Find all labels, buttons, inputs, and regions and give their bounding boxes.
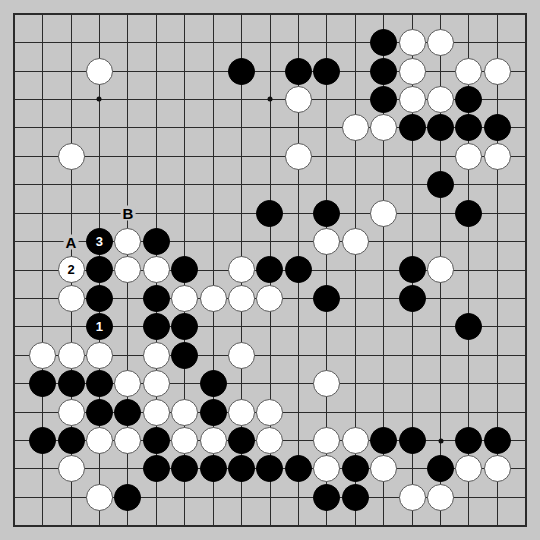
intersection-8-10[interactable]	[199, 256, 227, 284]
intersection-5-17[interactable]	[114, 455, 142, 483]
intersection-14-14[interactable]	[369, 369, 397, 397]
intersection-7-15[interactable]	[171, 398, 199, 426]
intersection-4-10[interactable]	[85, 256, 113, 284]
intersection-8-16[interactable]	[199, 426, 227, 454]
intersection-16-7[interactable]	[426, 171, 454, 199]
intersection-10-11[interactable]	[256, 284, 284, 312]
intersection-2-10[interactable]	[28, 256, 56, 284]
intersection-16-9[interactable]	[426, 227, 454, 255]
intersection-15-15[interactable]	[398, 398, 426, 426]
intersection-11-3[interactable]	[284, 57, 312, 85]
intersection-9-13[interactable]	[227, 341, 255, 369]
intersection-6-17[interactable]	[142, 455, 170, 483]
intersection-1-18[interactable]	[0, 483, 28, 511]
intersection-2-3[interactable]	[28, 57, 56, 85]
intersection-3-1[interactable]	[57, 0, 85, 28]
intersection-12-16[interactable]	[313, 426, 341, 454]
intersection-2-6[interactable]	[28, 142, 56, 170]
intersection-4-3[interactable]	[85, 57, 113, 85]
intersection-1-3[interactable]	[0, 57, 28, 85]
intersection-19-3[interactable]	[512, 57, 540, 85]
intersection-4-15[interactable]	[85, 398, 113, 426]
intersection-19-10[interactable]	[512, 256, 540, 284]
intersection-8-11[interactable]	[199, 284, 227, 312]
intersection-15-4[interactable]	[398, 85, 426, 113]
intersection-10-8[interactable]	[256, 199, 284, 227]
intersection-6-18[interactable]	[142, 483, 170, 511]
intersection-9-2[interactable]	[227, 28, 255, 56]
intersection-11-2[interactable]	[284, 28, 312, 56]
intersection-8-18[interactable]	[199, 483, 227, 511]
intersection-3-14[interactable]	[57, 369, 85, 397]
intersection-19-7[interactable]	[512, 171, 540, 199]
intersection-3-13[interactable]	[57, 341, 85, 369]
intersection-8-5[interactable]	[199, 114, 227, 142]
intersection-7-14[interactable]	[171, 369, 199, 397]
intersection-2-5[interactable]	[28, 114, 56, 142]
intersection-4-16[interactable]	[85, 426, 113, 454]
intersection-7-13[interactable]	[171, 341, 199, 369]
intersection-15-8[interactable]	[398, 199, 426, 227]
intersection-7-10[interactable]	[171, 256, 199, 284]
intersection-2-9[interactable]	[28, 227, 56, 255]
intersection-8-6[interactable]	[199, 142, 227, 170]
intersection-15-6[interactable]	[398, 142, 426, 170]
intersection-13-9[interactable]	[341, 227, 369, 255]
intersection-13-2[interactable]	[341, 28, 369, 56]
intersection-2-17[interactable]	[28, 455, 56, 483]
intersection-19-8[interactable]	[512, 199, 540, 227]
intersection-2-11[interactable]	[28, 284, 56, 312]
intersection-17-12[interactable]	[455, 313, 483, 341]
intersection-11-18[interactable]	[284, 483, 312, 511]
intersection-15-2[interactable]	[398, 28, 426, 56]
intersection-12-18[interactable]	[313, 483, 341, 511]
intersection-3-7[interactable]	[57, 171, 85, 199]
intersection-2-18[interactable]	[28, 483, 56, 511]
intersection-18-9[interactable]	[483, 227, 511, 255]
intersection-13-8[interactable]	[341, 199, 369, 227]
intersection-15-10[interactable]	[398, 256, 426, 284]
intersection-4-11[interactable]	[85, 284, 113, 312]
intersection-10-12[interactable]	[256, 313, 284, 341]
intersection-17-7[interactable]	[455, 171, 483, 199]
intersection-11-4[interactable]	[284, 85, 312, 113]
intersection-16-2[interactable]	[426, 28, 454, 56]
intersection-5-1[interactable]	[114, 0, 142, 28]
intersection-10-1[interactable]	[256, 0, 284, 28]
intersection-13-17[interactable]	[341, 455, 369, 483]
intersection-5-10[interactable]	[114, 256, 142, 284]
intersection-1-8[interactable]	[0, 199, 28, 227]
intersection-11-9[interactable]	[284, 227, 312, 255]
intersection-14-17[interactable]	[369, 455, 397, 483]
intersection-13-3[interactable]	[341, 57, 369, 85]
intersection-3-17[interactable]	[57, 455, 85, 483]
intersection-11-1[interactable]	[284, 0, 312, 28]
intersection-12-6[interactable]	[313, 142, 341, 170]
intersection-16-19[interactable]	[426, 512, 454, 540]
intersection-17-11[interactable]	[455, 284, 483, 312]
intersection-14-13[interactable]	[369, 341, 397, 369]
intersection-15-19[interactable]	[398, 512, 426, 540]
intersection-4-6[interactable]	[85, 142, 113, 170]
intersection-5-4[interactable]	[114, 85, 142, 113]
intersection-9-17[interactable]	[227, 455, 255, 483]
intersection-11-15[interactable]	[284, 398, 312, 426]
intersection-7-1[interactable]	[171, 0, 199, 28]
intersection-8-2[interactable]	[199, 28, 227, 56]
intersection-12-19[interactable]	[313, 512, 341, 540]
intersection-2-2[interactable]	[28, 28, 56, 56]
intersection-14-3[interactable]	[369, 57, 397, 85]
intersection-18-16[interactable]	[483, 426, 511, 454]
intersection-1-6[interactable]	[0, 142, 28, 170]
intersection-6-14[interactable]	[142, 369, 170, 397]
intersection-12-10[interactable]	[313, 256, 341, 284]
intersection-7-18[interactable]	[171, 483, 199, 511]
intersection-5-11[interactable]	[114, 284, 142, 312]
intersection-16-17[interactable]	[426, 455, 454, 483]
intersection-13-19[interactable]	[341, 512, 369, 540]
intersection-8-12[interactable]	[199, 313, 227, 341]
intersection-2-14[interactable]	[28, 369, 56, 397]
intersection-6-4[interactable]	[142, 85, 170, 113]
intersection-19-9[interactable]	[512, 227, 540, 255]
intersection-15-12[interactable]	[398, 313, 426, 341]
intersection-6-7[interactable]	[142, 171, 170, 199]
intersection-14-11[interactable]	[369, 284, 397, 312]
intersection-2-19[interactable]	[28, 512, 56, 540]
intersection-3-8[interactable]	[57, 199, 85, 227]
intersection-11-6[interactable]	[284, 142, 312, 170]
intersection-13-12[interactable]	[341, 313, 369, 341]
intersection-19-12[interactable]	[512, 313, 540, 341]
intersection-9-18[interactable]	[227, 483, 255, 511]
intersection-6-12[interactable]	[142, 313, 170, 341]
intersection-17-2[interactable]	[455, 28, 483, 56]
intersection-4-12[interactable]: 1	[85, 313, 113, 341]
intersection-17-16[interactable]	[455, 426, 483, 454]
intersection-3-3[interactable]	[57, 57, 85, 85]
intersection-8-3[interactable]	[199, 57, 227, 85]
intersection-12-5[interactable]	[313, 114, 341, 142]
intersection-2-1[interactable]	[28, 0, 56, 28]
intersection-10-17[interactable]	[256, 455, 284, 483]
intersection-5-2[interactable]	[114, 28, 142, 56]
intersection-6-6[interactable]	[142, 142, 170, 170]
intersection-3-6[interactable]	[57, 142, 85, 170]
intersection-7-9[interactable]	[171, 227, 199, 255]
intersection-9-7[interactable]	[227, 171, 255, 199]
intersection-15-3[interactable]	[398, 57, 426, 85]
intersection-12-1[interactable]	[313, 0, 341, 28]
intersection-12-11[interactable]	[313, 284, 341, 312]
intersection-19-14[interactable]	[512, 369, 540, 397]
intersection-18-4[interactable]	[483, 85, 511, 113]
intersection-3-9[interactable]: A	[57, 227, 85, 255]
intersection-1-19[interactable]	[0, 512, 28, 540]
intersection-6-11[interactable]	[142, 284, 170, 312]
intersection-12-15[interactable]	[313, 398, 341, 426]
intersection-17-1[interactable]	[455, 0, 483, 28]
intersection-9-19[interactable]	[227, 512, 255, 540]
intersection-2-13[interactable]	[28, 341, 56, 369]
intersection-16-4[interactable]	[426, 85, 454, 113]
intersection-1-17[interactable]	[0, 455, 28, 483]
intersection-1-15[interactable]	[0, 398, 28, 426]
intersection-4-8[interactable]	[85, 199, 113, 227]
intersection-2-4[interactable]	[28, 85, 56, 113]
intersection-14-5[interactable]	[369, 114, 397, 142]
intersection-18-15[interactable]	[483, 398, 511, 426]
intersection-12-3[interactable]	[313, 57, 341, 85]
intersection-5-16[interactable]	[114, 426, 142, 454]
intersection-16-5[interactable]	[426, 114, 454, 142]
intersection-18-13[interactable]	[483, 341, 511, 369]
intersection-18-19[interactable]	[483, 512, 511, 540]
intersection-17-19[interactable]	[455, 512, 483, 540]
intersection-3-16[interactable]	[57, 426, 85, 454]
intersection-4-17[interactable]	[85, 455, 113, 483]
intersection-8-15[interactable]	[199, 398, 227, 426]
intersection-3-12[interactable]	[57, 313, 85, 341]
intersection-12-7[interactable]	[313, 171, 341, 199]
intersection-9-6[interactable]	[227, 142, 255, 170]
intersection-4-7[interactable]	[85, 171, 113, 199]
intersection-17-4[interactable]	[455, 85, 483, 113]
intersection-13-16[interactable]	[341, 426, 369, 454]
intersection-7-2[interactable]	[171, 28, 199, 56]
intersection-5-8[interactable]: B	[114, 199, 142, 227]
intersection-13-15[interactable]	[341, 398, 369, 426]
intersection-19-15[interactable]	[512, 398, 540, 426]
intersection-15-18[interactable]	[398, 483, 426, 511]
intersection-13-1[interactable]	[341, 0, 369, 28]
intersection-13-7[interactable]	[341, 171, 369, 199]
intersection-18-8[interactable]	[483, 199, 511, 227]
intersection-6-10[interactable]	[142, 256, 170, 284]
intersection-5-15[interactable]	[114, 398, 142, 426]
intersection-19-1[interactable]	[512, 0, 540, 28]
intersection-16-8[interactable]	[426, 199, 454, 227]
intersection-3-15[interactable]	[57, 398, 85, 426]
intersection-9-8[interactable]	[227, 199, 255, 227]
intersection-16-12[interactable]	[426, 313, 454, 341]
intersection-11-14[interactable]	[284, 369, 312, 397]
intersection-6-15[interactable]	[142, 398, 170, 426]
intersection-14-19[interactable]	[369, 512, 397, 540]
intersection-2-8[interactable]	[28, 199, 56, 227]
intersection-3-5[interactable]	[57, 114, 85, 142]
intersection-19-13[interactable]	[512, 341, 540, 369]
intersection-1-11[interactable]	[0, 284, 28, 312]
intersection-11-5[interactable]	[284, 114, 312, 142]
intersection-7-11[interactable]	[171, 284, 199, 312]
intersection-17-3[interactable]	[455, 57, 483, 85]
intersection-12-4[interactable]	[313, 85, 341, 113]
intersection-7-8[interactable]	[171, 199, 199, 227]
intersection-3-18[interactable]	[57, 483, 85, 511]
intersection-14-2[interactable]	[369, 28, 397, 56]
intersection-11-17[interactable]	[284, 455, 312, 483]
intersection-13-4[interactable]	[341, 85, 369, 113]
intersection-10-10[interactable]	[256, 256, 284, 284]
intersection-19-6[interactable]	[512, 142, 540, 170]
intersection-7-4[interactable]	[171, 85, 199, 113]
intersection-9-15[interactable]	[227, 398, 255, 426]
intersection-19-11[interactable]	[512, 284, 540, 312]
intersection-16-14[interactable]	[426, 369, 454, 397]
intersection-14-10[interactable]	[369, 256, 397, 284]
intersection-1-4[interactable]	[0, 85, 28, 113]
intersection-14-4[interactable]	[369, 85, 397, 113]
intersection-14-6[interactable]	[369, 142, 397, 170]
intersection-10-7[interactable]	[256, 171, 284, 199]
intersection-4-4[interactable]	[85, 85, 113, 113]
intersection-8-19[interactable]	[199, 512, 227, 540]
intersection-15-11[interactable]	[398, 284, 426, 312]
intersection-1-12[interactable]	[0, 313, 28, 341]
intersection-14-16[interactable]	[369, 426, 397, 454]
intersection-18-10[interactable]	[483, 256, 511, 284]
intersection-3-19[interactable]	[57, 512, 85, 540]
intersection-10-6[interactable]	[256, 142, 284, 170]
intersection-8-14[interactable]	[199, 369, 227, 397]
intersection-11-8[interactable]	[284, 199, 312, 227]
intersection-19-5[interactable]	[512, 114, 540, 142]
intersection-1-1[interactable]	[0, 0, 28, 28]
intersection-4-14[interactable]	[85, 369, 113, 397]
intersection-8-1[interactable]	[199, 0, 227, 28]
intersection-7-16[interactable]	[171, 426, 199, 454]
intersection-8-8[interactable]	[199, 199, 227, 227]
intersection-1-5[interactable]	[0, 114, 28, 142]
intersection-10-13[interactable]	[256, 341, 284, 369]
intersection-13-6[interactable]	[341, 142, 369, 170]
intersection-18-14[interactable]	[483, 369, 511, 397]
intersection-11-11[interactable]	[284, 284, 312, 312]
intersection-11-7[interactable]	[284, 171, 312, 199]
intersection-9-12[interactable]	[227, 313, 255, 341]
intersection-2-16[interactable]	[28, 426, 56, 454]
intersection-13-14[interactable]	[341, 369, 369, 397]
intersection-10-14[interactable]	[256, 369, 284, 397]
intersection-4-19[interactable]	[85, 512, 113, 540]
intersection-9-3[interactable]	[227, 57, 255, 85]
intersection-12-2[interactable]	[313, 28, 341, 56]
intersection-12-8[interactable]	[313, 199, 341, 227]
intersection-15-14[interactable]	[398, 369, 426, 397]
intersection-5-18[interactable]	[114, 483, 142, 511]
intersection-2-12[interactable]	[28, 313, 56, 341]
intersection-14-7[interactable]	[369, 171, 397, 199]
intersection-10-9[interactable]	[256, 227, 284, 255]
intersection-4-9[interactable]: 3	[85, 227, 113, 255]
intersection-16-11[interactable]	[426, 284, 454, 312]
intersection-13-10[interactable]	[341, 256, 369, 284]
intersection-11-13[interactable]	[284, 341, 312, 369]
intersection-1-10[interactable]	[0, 256, 28, 284]
intersection-13-13[interactable]	[341, 341, 369, 369]
intersection-19-4[interactable]	[512, 85, 540, 113]
intersection-19-16[interactable]	[512, 426, 540, 454]
intersection-9-16[interactable]	[227, 426, 255, 454]
intersection-15-1[interactable]	[398, 0, 426, 28]
intersection-6-8[interactable]	[142, 199, 170, 227]
intersection-5-7[interactable]	[114, 171, 142, 199]
intersection-5-6[interactable]	[114, 142, 142, 170]
intersection-16-16[interactable]	[426, 426, 454, 454]
intersection-5-3[interactable]	[114, 57, 142, 85]
intersection-12-14[interactable]	[313, 369, 341, 397]
intersection-9-14[interactable]	[227, 369, 255, 397]
intersection-5-12[interactable]	[114, 313, 142, 341]
intersection-15-9[interactable]	[398, 227, 426, 255]
intersection-16-13[interactable]	[426, 341, 454, 369]
intersection-14-12[interactable]	[369, 313, 397, 341]
intersection-8-7[interactable]	[199, 171, 227, 199]
intersection-16-15[interactable]	[426, 398, 454, 426]
intersection-18-7[interactable]	[483, 171, 511, 199]
intersection-19-17[interactable]	[512, 455, 540, 483]
intersection-9-11[interactable]	[227, 284, 255, 312]
intersection-5-19[interactable]	[114, 512, 142, 540]
intersection-2-15[interactable]	[28, 398, 56, 426]
intersection-7-17[interactable]	[171, 455, 199, 483]
intersection-6-16[interactable]	[142, 426, 170, 454]
intersection-4-18[interactable]	[85, 483, 113, 511]
intersection-19-18[interactable]	[512, 483, 540, 511]
intersection-5-9[interactable]	[114, 227, 142, 255]
intersection-17-10[interactable]	[455, 256, 483, 284]
intersection-9-10[interactable]	[227, 256, 255, 284]
intersection-6-19[interactable]	[142, 512, 170, 540]
intersection-18-5[interactable]	[483, 114, 511, 142]
intersection-17-8[interactable]	[455, 199, 483, 227]
intersection-10-5[interactable]	[256, 114, 284, 142]
intersection-6-2[interactable]	[142, 28, 170, 56]
intersection-6-9[interactable]	[142, 227, 170, 255]
intersection-16-1[interactable]	[426, 0, 454, 28]
intersection-3-4[interactable]	[57, 85, 85, 113]
intersection-6-1[interactable]	[142, 0, 170, 28]
intersection-8-4[interactable]	[199, 85, 227, 113]
intersection-15-16[interactable]	[398, 426, 426, 454]
intersection-17-5[interactable]	[455, 114, 483, 142]
intersection-7-3[interactable]	[171, 57, 199, 85]
intersection-3-10[interactable]: 2	[57, 256, 85, 284]
intersection-10-4[interactable]	[256, 85, 284, 113]
intersection-4-2[interactable]	[85, 28, 113, 56]
intersection-9-9[interactable]	[227, 227, 255, 255]
intersection-1-13[interactable]	[0, 341, 28, 369]
intersection-13-18[interactable]	[341, 483, 369, 511]
intersection-13-5[interactable]	[341, 114, 369, 142]
intersection-17-15[interactable]	[455, 398, 483, 426]
intersection-3-2[interactable]	[57, 28, 85, 56]
intersection-10-19[interactable]	[256, 512, 284, 540]
intersection-11-10[interactable]	[284, 256, 312, 284]
intersection-15-7[interactable]	[398, 171, 426, 199]
intersection-12-9[interactable]	[313, 227, 341, 255]
intersection-4-13[interactable]	[85, 341, 113, 369]
intersection-10-18[interactable]	[256, 483, 284, 511]
intersection-13-11[interactable]	[341, 284, 369, 312]
intersection-15-17[interactable]	[398, 455, 426, 483]
intersection-8-17[interactable]	[199, 455, 227, 483]
intersection-6-5[interactable]	[142, 114, 170, 142]
